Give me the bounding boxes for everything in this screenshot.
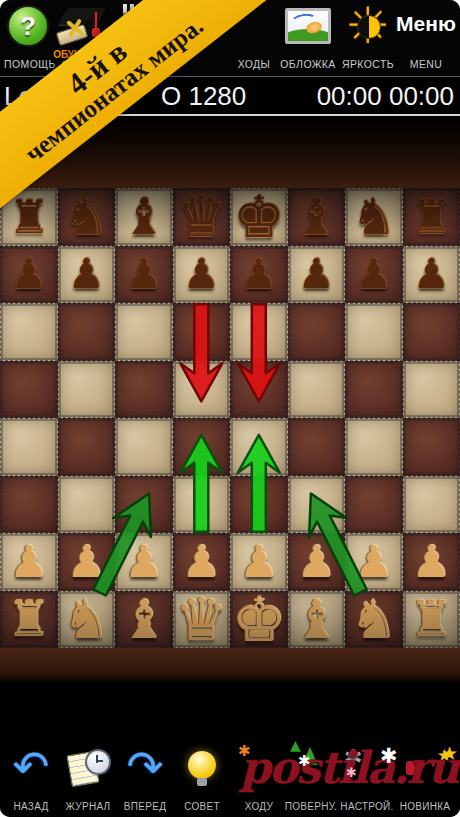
square-g5[interactable] [345,361,403,419]
piece-white-bishop[interactable]: ♝ [292,593,340,646]
square-c3[interactable] [115,476,173,534]
piece-black-pawn[interactable]: ♟ [68,254,105,295]
piece-white-rook[interactable]: ♜ [409,595,453,644]
settings-button[interactable]: ✱ НАСТРОЙ. [340,745,394,817]
hint-button[interactable]: СОВЕТ [175,745,229,817]
rotate-board-button[interactable]: ПОВЕРНУ. [284,745,338,817]
square-h1[interactable]: ♜ [403,591,460,649]
square-c7[interactable]: ♟ [115,246,173,304]
menu-text: Меню [396,12,456,36]
game-clocks: 00:00 00:00 [317,81,454,112]
piece-black-king[interactable]: ♚ [233,188,285,246]
moves-label: ХОДЫ [228,58,280,70]
piece-black-pawn[interactable]: ♟ [10,254,47,295]
square-c6[interactable] [115,303,173,361]
undo-arrow-icon: ↶ [4,745,58,789]
square-b4[interactable] [58,418,116,476]
star-icon: ★ [437,747,452,764]
piece-black-bishop[interactable]: ♝ [294,192,339,242]
square-b1[interactable]: ♞ [58,591,116,649]
square-c4[interactable] [115,418,173,476]
piece-black-knight[interactable]: ♞ [64,192,109,242]
menu-label: MENU [396,58,456,70]
tree-icon [302,747,318,765]
square-f6[interactable] [288,303,346,361]
rotate-label: ПОВЕРНУ. [284,801,338,812]
square-e7[interactable]: ♟ [230,246,288,304]
square-a1[interactable]: ♜ [0,591,58,649]
square-e6[interactable] [230,303,288,361]
piece-black-pawn[interactable]: ♟ [183,254,220,295]
piece-white-pawn[interactable]: ♟ [9,540,48,584]
square-f8[interactable]: ♝ [288,188,346,246]
square-f3[interactable] [288,476,346,534]
piece-white-bishop[interactable]: ♝ [120,593,168,646]
piece-black-knight[interactable]: ♞ [351,192,396,242]
square-g1[interactable]: ♞ [345,591,403,649]
gift-icon [406,761,421,775]
square-c2[interactable]: ♟ [115,533,173,591]
cover-label: ОБЛОЖКА [280,58,336,70]
square-g6[interactable] [345,303,403,361]
square-c1[interactable]: ♝ [115,591,173,649]
journal-label: ЖУРНАЛ [61,801,115,812]
square-f1[interactable]: ♝ [288,591,346,649]
hint-label: СОВЕТ [175,801,229,812]
level-text-right: О 1280 [161,81,246,112]
piece-black-pawn[interactable]: ♟ [413,254,450,295]
piece-black-pawn[interactable]: ♟ [298,254,335,295]
piece-white-pawn[interactable]: ♟ [182,540,221,584]
square-h3[interactable] [403,476,460,534]
square-a3[interactable] [0,476,58,534]
square-d1[interactable]: ♛ [173,591,231,649]
back-button[interactable]: ↶ НАЗАД [4,745,58,817]
new-feature-label: НОВИНКА [398,801,452,812]
square-b5[interactable] [58,361,116,419]
help-label: ПОМОЩЬ [4,58,52,70]
square-h8[interactable]: ♜ [403,188,460,246]
piece-black-rook[interactable]: ♜ [411,194,452,240]
square-e1[interactable]: ♚ [230,591,288,649]
chess-board: ♜♞♝♛♚♝♞♜♟♟♟♟♟♟♟♟♟♟♟♟♟♟♟♟♜♞♝♛♚♝♞♜ [0,188,460,648]
help-button[interactable]: ? ПОМОЩЬ [4,0,52,76]
piece-white-rook[interactable]: ♜ [7,595,51,644]
square-d8[interactable]: ♛ [173,188,231,246]
piece-white-pawn[interactable]: ♟ [67,540,106,584]
gear-icon: ✱ [344,747,362,769]
piece-white-pawn[interactable]: ♟ [239,540,278,584]
clock-icon [85,749,111,775]
square-b2[interactable]: ♟ [58,533,116,591]
square-e4[interactable] [230,418,288,476]
question-circle-icon: ? [7,5,49,47]
piece-black-bishop[interactable]: ♝ [121,192,166,242]
square-b3[interactable] [58,476,116,534]
square-g3[interactable] [345,476,403,534]
board-frame-bottom [0,648,460,684]
square-a7[interactable]: ♟ [0,246,58,304]
square-a4[interactable] [0,418,58,476]
bottom-toolbar: ↶ НАЗАД ЖУРНАЛ ↷ ВПЕРЕД СОВЕТ ХОДУ ПОВЕР… [0,745,460,817]
forward-button[interactable]: ↷ ВПЕРЕД [118,745,172,817]
brightness-sun-icon: ☀ [344,2,392,50]
square-d7[interactable]: ♟ [173,246,231,304]
piece-white-knight[interactable]: ♞ [62,593,110,646]
square-f4[interactable] [288,418,346,476]
square-a5[interactable] [0,361,58,419]
piece-white-queen[interactable]: ♛ [175,590,228,649]
square-e5[interactable] [230,361,288,419]
square-h7[interactable]: ♟ [403,246,460,304]
piece-white-pawn[interactable]: ♟ [354,540,393,584]
square-h5[interactable] [403,361,460,419]
piece-white-pawn[interactable]: ♟ [412,540,451,584]
piece-black-pawn[interactable]: ♟ [240,254,277,295]
square-g7[interactable]: ♟ [345,246,403,304]
square-c5[interactable] [115,361,173,419]
square-e8[interactable]: ♚ [230,188,288,246]
forward-label: ВПЕРЕД [118,801,172,812]
piece-white-king[interactable]: ♚ [231,589,286,650]
square-e2[interactable]: ♟ [230,533,288,591]
square-g2[interactable]: ♟ [345,533,403,591]
new-feature-button[interactable]: ★ НОВИНКА [398,745,452,817]
brightness-button[interactable]: ☀ ЯРКОСТЬ [340,0,396,76]
square-d5[interactable] [173,361,231,419]
square-g4[interactable] [345,418,403,476]
menu-button[interactable]: Меню MENU [396,0,456,76]
square-a2[interactable]: ♟ [0,533,58,591]
square-f2[interactable]: ♟ [288,533,346,591]
help-move-button[interactable]: ХОДУ [232,745,286,817]
square-f5[interactable] [288,361,346,419]
piece-white-pawn[interactable]: ♟ [124,540,163,584]
settings-label: НАСТРОЙ. [340,801,394,812]
square-b7[interactable]: ♟ [58,246,116,304]
square-g8[interactable]: ♞ [345,188,403,246]
piece-black-rook[interactable]: ♜ [8,194,49,240]
picture-icon [285,8,331,44]
square-f7[interactable]: ♟ [288,246,346,304]
square-a6[interactable] [0,303,58,361]
square-d2[interactable]: ♟ [173,533,231,591]
cover-button[interactable]: ОБЛОЖКА [280,0,336,76]
square-b8[interactable]: ♞ [58,188,116,246]
square-d4[interactable] [173,418,231,476]
square-h2[interactable]: ♟ [403,533,460,591]
piece-black-pawn[interactable]: ♟ [125,254,162,295]
piece-black-pawn[interactable]: ♟ [355,254,392,295]
app-screen: ? ПОМОЩЬ ОБУЧЕНИЕ РЕЖИМ ХОДЫ ОБЛОЖКА [0,0,460,817]
square-b6[interactable] [58,303,116,361]
square-h6[interactable] [403,303,460,361]
square-h4[interactable] [403,418,460,476]
brightness-label: ЯРКОСТЬ [340,58,396,70]
lightbulb-icon [188,751,216,779]
piece-black-queen[interactable]: ♛ [176,189,226,245]
square-c8[interactable]: ♝ [115,188,173,246]
help-move-label: ХОДУ [232,801,286,812]
piece-white-pawn[interactable]: ♟ [297,540,336,584]
piece-white-knight[interactable]: ♞ [350,593,398,646]
back-label: НАЗАД [4,801,58,812]
redo-arrow-icon: ↷ [118,745,172,789]
journal-button[interactable]: ЖУРНАЛ [61,745,115,817]
square-d3[interactable] [173,476,231,534]
square-d6[interactable] [173,303,231,361]
square-e3[interactable] [230,476,288,534]
